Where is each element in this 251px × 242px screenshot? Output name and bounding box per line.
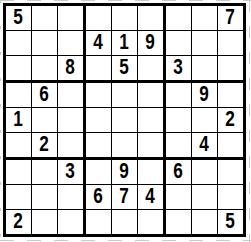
given-digit: 2: [40, 133, 50, 155]
cell-r6c2[interactable]: 2: [32, 133, 58, 160]
cell-r9c9[interactable]: 5: [218, 210, 243, 234]
cell-r9c5[interactable]: [112, 210, 138, 234]
cell-r4c2[interactable]: 6: [32, 83, 58, 108]
given-digit: 5: [120, 56, 130, 78]
cell-r3c2[interactable]: [32, 56, 58, 83]
cell-r4c8[interactable]: 9: [192, 83, 218, 108]
cell-r4c3[interactable]: [58, 83, 86, 108]
cell-r3c9[interactable]: [218, 56, 243, 83]
cell-r2c7[interactable]: [166, 31, 192, 56]
cell-r1c8[interactable]: [192, 6, 218, 31]
cell-r1c9[interactable]: 7: [218, 6, 243, 31]
cell-r6c7[interactable]: [166, 133, 192, 160]
cell-r8c7[interactable]: [166, 185, 192, 210]
cell-r9c1[interactable]: 2: [6, 210, 32, 234]
given-digit: 5: [226, 210, 236, 232]
cell-r3c7[interactable]: 3: [166, 56, 192, 83]
cell-r6c3[interactable]: [58, 133, 86, 160]
cell-r6c1[interactable]: [6, 133, 32, 160]
cell-r7c5[interactable]: 9: [112, 160, 138, 185]
spreadsheet-gridline-bottom: [0, 240, 251, 241]
cell-r2c5[interactable]: 1: [112, 31, 138, 56]
cell-r5c7[interactable]: [166, 108, 192, 133]
cell-r7c2[interactable]: [32, 160, 58, 185]
cell-r9c8[interactable]: [192, 210, 218, 234]
cell-r8c3[interactable]: [58, 185, 86, 210]
cell-r3c6[interactable]: [138, 56, 166, 83]
sudoku-screenshot: 5741985369122439667425: [0, 0, 251, 242]
given-digit: 1: [120, 31, 130, 53]
cell-r3c4[interactable]: [86, 56, 112, 83]
given-digit: 2: [14, 210, 24, 232]
cell-r5c5[interactable]: [112, 108, 138, 133]
given-digit: 9: [120, 160, 130, 182]
cell-r7c8[interactable]: [192, 160, 218, 185]
cell-r3c3[interactable]: 8: [58, 56, 86, 83]
cell-r7c1[interactable]: [6, 160, 32, 185]
given-digit: 6: [174, 160, 184, 182]
cell-r8c4[interactable]: 6: [86, 185, 112, 210]
cell-r7c4[interactable]: [86, 160, 112, 185]
given-digit: 3: [174, 56, 184, 78]
cell-r2c4[interactable]: 4: [86, 31, 112, 56]
cell-r7c9[interactable]: [218, 160, 243, 185]
cell-r2c2[interactable]: [32, 31, 58, 56]
cell-r5c9[interactable]: 2: [218, 108, 243, 133]
cell-r3c1[interactable]: [6, 56, 32, 83]
cell-r2c9[interactable]: [218, 31, 243, 56]
cell-r9c6[interactable]: [138, 210, 166, 234]
cell-r8c6[interactable]: 4: [138, 185, 166, 210]
cell-r9c2[interactable]: [32, 210, 58, 234]
cell-r7c6[interactable]: [138, 160, 166, 185]
cell-r2c1[interactable]: [6, 31, 32, 56]
cell-r1c1[interactable]: 5: [6, 6, 32, 31]
cell-r9c7[interactable]: [166, 210, 192, 234]
cell-r6c5[interactable]: [112, 133, 138, 160]
cell-r8c9[interactable]: [218, 185, 243, 210]
given-digit: 3: [66, 160, 76, 182]
cell-r1c4[interactable]: [86, 6, 112, 31]
cell-r9c3[interactable]: [58, 210, 86, 234]
cell-r8c8[interactable]: [192, 185, 218, 210]
cell-r2c8[interactable]: [192, 31, 218, 56]
cell-r4c4[interactable]: [86, 83, 112, 108]
given-digit: 4: [200, 133, 210, 155]
cell-r4c9[interactable]: [218, 83, 243, 108]
given-digit: 6: [94, 185, 104, 207]
cell-r5c3[interactable]: [58, 108, 86, 133]
cell-r7c3[interactable]: 3: [58, 160, 86, 185]
cell-r8c2[interactable]: [32, 185, 58, 210]
cell-r3c5[interactable]: 5: [112, 56, 138, 83]
cell-r5c4[interactable]: [86, 108, 112, 133]
cell-r2c3[interactable]: [58, 31, 86, 56]
given-digit: 4: [94, 31, 104, 53]
spreadsheet-gridline-right: [249, 0, 250, 242]
given-digit: 8: [66, 56, 76, 78]
cell-r6c9[interactable]: [218, 133, 243, 160]
cell-r6c8[interactable]: 4: [192, 133, 218, 160]
given-digit: 4: [146, 185, 156, 207]
given-digit: 1: [14, 108, 24, 130]
cell-r1c5[interactable]: [112, 6, 138, 31]
cell-r1c6[interactable]: [138, 6, 166, 31]
spreadsheet-gridline-top: [0, 0, 251, 1]
cell-r5c6[interactable]: [138, 108, 166, 133]
cell-r2c6[interactable]: 9: [138, 31, 166, 56]
cell-r1c7[interactable]: [166, 6, 192, 31]
given-digit: 6: [40, 83, 50, 105]
given-digit: 9: [200, 83, 210, 105]
cell-r4c6[interactable]: [138, 83, 166, 108]
cell-r5c2[interactable]: [32, 108, 58, 133]
cell-r5c1[interactable]: 1: [6, 108, 32, 133]
cell-r5c8[interactable]: [192, 108, 218, 133]
cell-r3c8[interactable]: [192, 56, 218, 83]
cell-r1c3[interactable]: [58, 6, 86, 31]
cell-r6c6[interactable]: [138, 133, 166, 160]
spreadsheet-gridline-left: [0, 0, 1, 242]
given-digit: 9: [146, 31, 156, 53]
given-digit: 5: [14, 6, 24, 28]
cell-r8c1[interactable]: [6, 185, 32, 210]
given-digit: 7: [226, 6, 236, 28]
cell-r4c1[interactable]: [6, 83, 32, 108]
given-digit: 7: [120, 185, 130, 207]
cell-r8c5[interactable]: 7: [112, 185, 138, 210]
cell-r7c7[interactable]: 6: [166, 160, 192, 185]
cell-r6c4[interactable]: [86, 133, 112, 160]
cell-r1c2[interactable]: [32, 6, 58, 31]
cell-r9c4[interactable]: [86, 210, 112, 234]
cell-r4c7[interactable]: [166, 83, 192, 108]
cell-r4c5[interactable]: [112, 83, 138, 108]
given-digit: 2: [226, 108, 236, 130]
sudoku-board: 5741985369122439667425: [3, 3, 246, 237]
